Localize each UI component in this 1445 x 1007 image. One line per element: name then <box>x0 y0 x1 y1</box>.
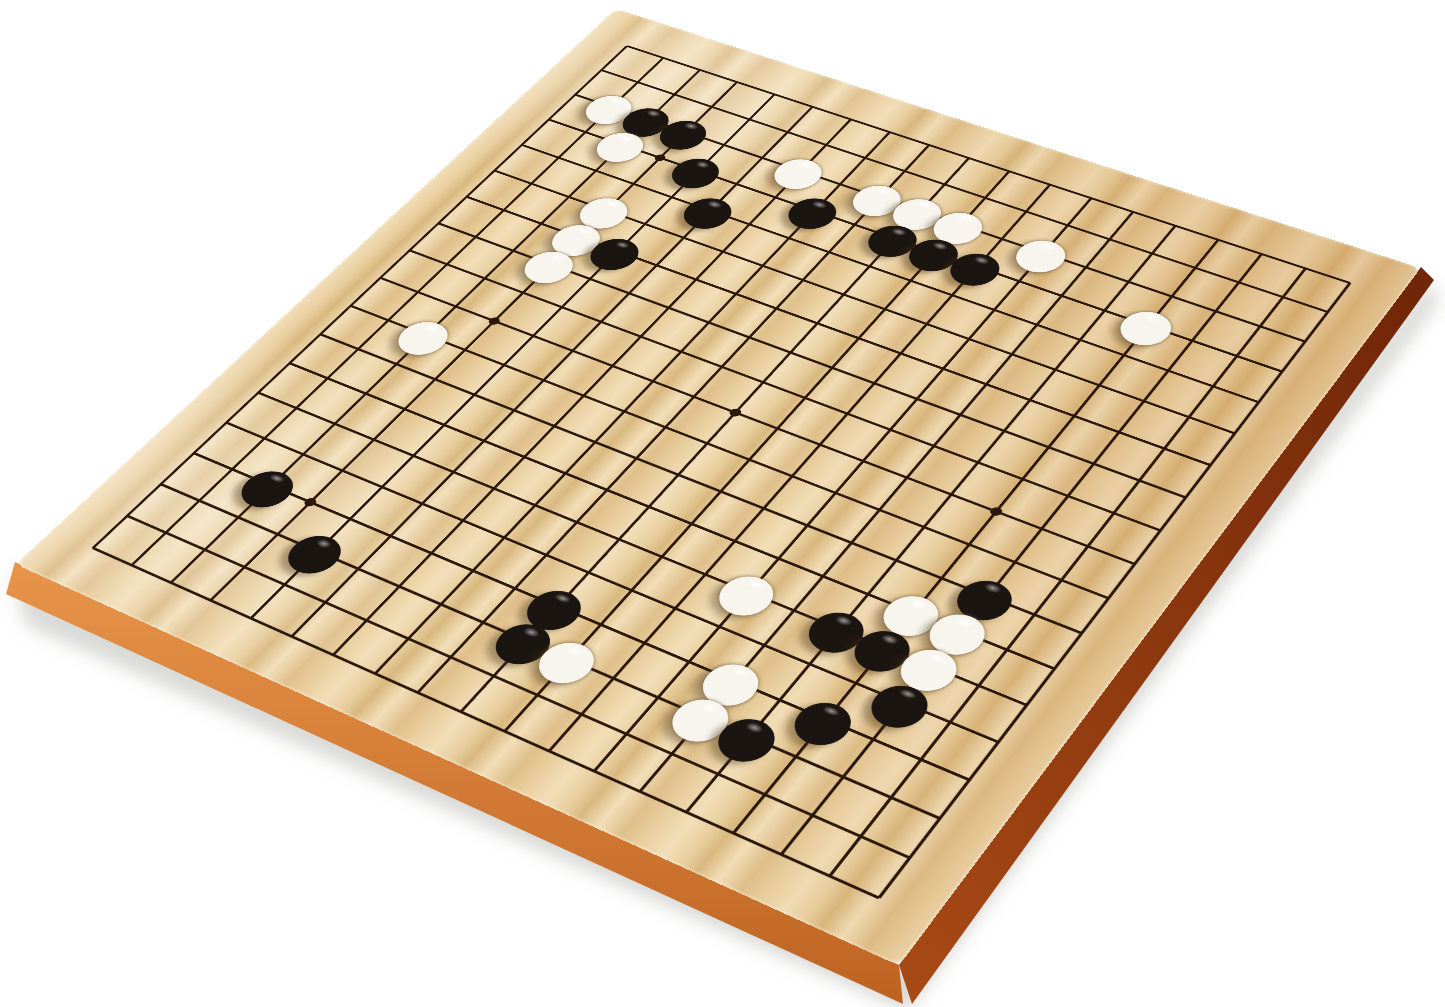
white-stone[interactable]: ● <box>1114 304 1182 348</box>
white-stone[interactable]: ● <box>518 244 584 286</box>
black-stone[interactable]: ● <box>782 191 847 232</box>
white-stone[interactable]: ● <box>769 151 833 190</box>
white-stone[interactable]: ● <box>1010 232 1076 274</box>
black-stone[interactable]: ● <box>666 151 730 190</box>
white-stone[interactable]: ● <box>392 313 460 357</box>
white-stone[interactable]: ● <box>712 566 786 618</box>
black-stone[interactable]: ● <box>281 527 354 577</box>
go-board-photo: ●●●●●●●●●●●●●●●●●●●●●●●●●●●●●●●●●●●●●● <box>0 0 1445 1007</box>
black-stone[interactable]: ● <box>678 191 743 231</box>
black-stone[interactable]: ● <box>865 675 941 731</box>
white-stone[interactable]: ● <box>591 126 655 164</box>
black-stone[interactable]: ● <box>235 462 307 510</box>
